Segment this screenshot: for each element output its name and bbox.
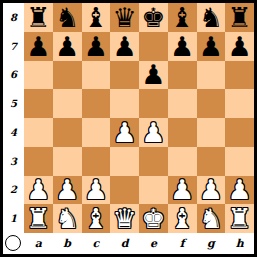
square-a8[interactable]: ♜ — [24, 3, 53, 32]
piece-white-bishop[interactable]: ♝ — [84, 205, 108, 232]
file-labels: abcdefgh — [24, 233, 254, 254]
square-a2[interactable]: ♟ — [24, 176, 53, 205]
square-e5[interactable] — [139, 89, 168, 118]
square-h7[interactable]: ♟ — [225, 32, 254, 61]
square-f2[interactable]: ♟ — [168, 176, 197, 205]
square-c3[interactable] — [82, 147, 111, 176]
rank-label-3: 3 — [3, 147, 24, 176]
square-b8[interactable]: ♞ — [53, 3, 82, 32]
chess-board[interactable]: ♜♞♝♛♚♝♞♜♟♟♟♟♟♟♟♟♟♟♟♟♟♟♟♟♜♞♝♛♚♝♞♜ — [24, 3, 254, 233]
square-h2[interactable]: ♟ — [225, 176, 254, 205]
piece-white-pawn[interactable]: ♟ — [55, 176, 79, 203]
rank-label-7: 7 — [3, 32, 24, 61]
piece-black-pawn[interactable]: ♟ — [55, 33, 79, 60]
square-g3[interactable] — [197, 147, 226, 176]
square-f3[interactable] — [168, 147, 197, 176]
square-a3[interactable] — [24, 147, 53, 176]
file-label-a: a — [24, 233, 53, 254]
square-d6[interactable] — [110, 61, 139, 90]
piece-black-pawn[interactable]: ♟ — [113, 33, 137, 60]
square-h5[interactable] — [225, 89, 254, 118]
square-c6[interactable] — [82, 61, 111, 90]
square-b5[interactable] — [53, 89, 82, 118]
file-label-g: g — [197, 233, 226, 254]
piece-black-bishop[interactable]: ♝ — [84, 4, 108, 31]
square-h8[interactable]: ♜ — [225, 3, 254, 32]
square-d3[interactable] — [110, 147, 139, 176]
square-a7[interactable]: ♟ — [24, 32, 53, 61]
piece-black-queen[interactable]: ♛ — [113, 4, 137, 31]
piece-white-king[interactable]: ♚ — [141, 205, 165, 232]
piece-black-pawn[interactable]: ♟ — [199, 33, 223, 60]
piece-white-pawn[interactable]: ♟ — [170, 176, 194, 203]
piece-white-pawn[interactable]: ♟ — [26, 176, 50, 203]
file-label-c: c — [82, 233, 111, 254]
piece-black-pawn[interactable]: ♟ — [84, 33, 108, 60]
square-c5[interactable] — [82, 89, 111, 118]
square-b4[interactable] — [53, 118, 82, 147]
square-f5[interactable] — [168, 89, 197, 118]
square-a6[interactable] — [24, 61, 53, 90]
square-g4[interactable] — [197, 118, 226, 147]
piece-white-pawn[interactable]: ♟ — [228, 176, 252, 203]
square-c4[interactable] — [82, 118, 111, 147]
square-a4[interactable] — [24, 118, 53, 147]
piece-white-rook[interactable]: ♜ — [228, 205, 252, 232]
rank-labels: 87654321 — [3, 3, 24, 233]
square-a5[interactable] — [24, 89, 53, 118]
square-g8[interactable]: ♞ — [197, 3, 226, 32]
square-b7[interactable]: ♟ — [53, 32, 82, 61]
file-label-e: e — [139, 233, 168, 254]
square-b2[interactable]: ♟ — [53, 176, 82, 205]
square-e3[interactable] — [139, 147, 168, 176]
piece-black-king[interactable]: ♚ — [141, 4, 165, 31]
square-h4[interactable] — [225, 118, 254, 147]
square-h6[interactable] — [225, 61, 254, 90]
square-b3[interactable] — [53, 147, 82, 176]
piece-white-pawn[interactable]: ♟ — [84, 176, 108, 203]
square-d8[interactable]: ♛ — [110, 3, 139, 32]
square-d5[interactable] — [110, 89, 139, 118]
piece-white-queen[interactable]: ♛ — [113, 205, 137, 232]
square-a1[interactable]: ♜ — [24, 204, 53, 233]
square-c8[interactable]: ♝ — [82, 3, 111, 32]
square-f8[interactable]: ♝ — [168, 3, 197, 32]
square-d7[interactable]: ♟ — [110, 32, 139, 61]
square-g1[interactable]: ♞ — [197, 204, 226, 233]
piece-black-rook[interactable]: ♜ — [26, 4, 50, 31]
square-e6[interactable]: ♟ — [139, 61, 168, 90]
square-c7[interactable]: ♟ — [82, 32, 111, 61]
piece-white-pawn[interactable]: ♟ — [199, 176, 223, 203]
rank-label-6: 6 — [3, 61, 24, 90]
chess-diagram: 87654321 ♜♞♝♛♚♝♞♜♟♟♟♟♟♟♟♟♟♟♟♟♟♟♟♟♜♞♝♛♚♝♞… — [0, 0, 257, 257]
piece-white-knight[interactable]: ♞ — [55, 205, 79, 232]
rank-label-5: 5 — [3, 89, 24, 118]
square-c2[interactable]: ♟ — [82, 176, 111, 205]
square-e8[interactable]: ♚ — [139, 3, 168, 32]
file-label-d: d — [110, 233, 139, 254]
square-f1[interactable]: ♝ — [168, 204, 197, 233]
square-e7[interactable] — [139, 32, 168, 61]
piece-black-pawn[interactable]: ♟ — [141, 61, 165, 88]
square-g5[interactable] — [197, 89, 226, 118]
square-g7[interactable]: ♟ — [197, 32, 226, 61]
file-label-b: b — [53, 233, 82, 254]
square-d2[interactable] — [110, 176, 139, 205]
piece-white-rook[interactable]: ♜ — [26, 205, 50, 232]
square-e4[interactable]: ♟ — [139, 118, 168, 147]
piece-black-pawn[interactable]: ♟ — [26, 33, 50, 60]
piece-black-pawn[interactable]: ♟ — [170, 33, 194, 60]
square-h1[interactable]: ♜ — [225, 204, 254, 233]
rank-label-4: 4 — [3, 118, 24, 147]
piece-white-pawn[interactable]: ♟ — [113, 119, 137, 146]
piece-white-knight[interactable]: ♞ — [199, 205, 223, 232]
square-e2[interactable] — [139, 176, 168, 205]
side-to-move-circle-icon — [5, 235, 21, 251]
square-e1[interactable]: ♚ — [139, 204, 168, 233]
rank-label-2: 2 — [3, 176, 24, 205]
square-f6[interactable] — [168, 61, 197, 90]
piece-black-knight[interactable]: ♞ — [55, 4, 79, 31]
square-b6[interactable] — [53, 61, 82, 90]
square-d1[interactable]: ♛ — [110, 204, 139, 233]
piece-black-bishop[interactable]: ♝ — [170, 4, 194, 31]
rank-label-8: 8 — [3, 3, 24, 32]
piece-white-pawn[interactable]: ♟ — [141, 119, 165, 146]
piece-black-rook[interactable]: ♜ — [228, 4, 252, 31]
piece-white-bishop[interactable]: ♝ — [170, 205, 194, 232]
square-c1[interactable]: ♝ — [82, 204, 111, 233]
square-f7[interactable]: ♟ — [168, 32, 197, 61]
square-g6[interactable] — [197, 61, 226, 90]
piece-black-knight[interactable]: ♞ — [199, 4, 223, 31]
square-f4[interactable] — [168, 118, 197, 147]
file-label-h: h — [225, 233, 254, 254]
square-h3[interactable] — [225, 147, 254, 176]
square-d4[interactable]: ♟ — [110, 118, 139, 147]
file-label-f: f — [168, 233, 197, 254]
square-b1[interactable]: ♞ — [53, 204, 82, 233]
square-g2[interactable]: ♟ — [197, 176, 226, 205]
rank-label-1: 1 — [3, 204, 24, 233]
piece-black-pawn[interactable]: ♟ — [228, 33, 252, 60]
